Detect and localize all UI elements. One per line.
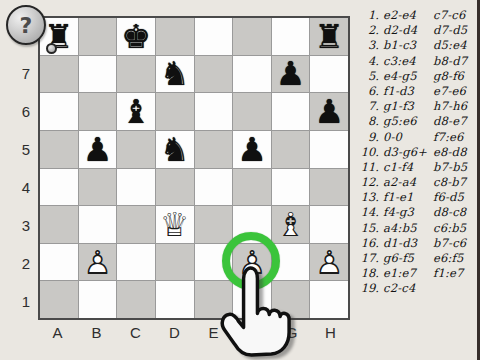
move-number: 9. <box>360 130 379 145</box>
move-black: e6:f5 <box>433 251 476 266</box>
square-g8[interactable] <box>272 18 310 55</box>
square-g5[interactable] <box>272 131 310 168</box>
square-c8[interactable]: ♚ <box>117 18 155 55</box>
piece-black-pawn-f5[interactable]: ♟ <box>234 131 270 167</box>
move-row-18: 18.e1:e7f1:e7 <box>360 266 476 281</box>
move-white: g6-f5 <box>383 251 433 266</box>
move-black: f1:e7 <box>433 266 476 281</box>
move-number: 12. <box>360 175 379 190</box>
move-black: d5:e4 <box>433 38 476 53</box>
rank-label-7: 7 <box>18 65 34 82</box>
move-row-9: 9.0-0f7:e6 <box>360 130 476 145</box>
move-white: e1:e7 <box>383 266 433 281</box>
piece-outline: ♕ <box>157 206 193 242</box>
square-e4[interactable] <box>195 169 233 206</box>
move-white: 0-0 <box>383 130 433 145</box>
move-number: 10. <box>360 145 379 160</box>
square-f7[interactable] <box>233 56 271 93</box>
square-c6[interactable]: ♝ <box>117 93 155 130</box>
square-f5[interactable]: ♟ <box>233 131 271 168</box>
square-b7[interactable] <box>79 56 117 93</box>
move-number: 5. <box>360 69 379 84</box>
move-white: d2-d4 <box>383 23 433 38</box>
square-a6[interactable] <box>40 93 78 130</box>
piece-outline: ♗ <box>273 206 309 242</box>
move-number: 7. <box>360 99 379 114</box>
square-c4[interactable] <box>117 169 155 206</box>
move-number: 1. <box>360 8 379 23</box>
move-number: 2. <box>360 23 379 38</box>
square-c3[interactable] <box>117 206 155 243</box>
move-black <box>433 281 476 296</box>
square-g6[interactable] <box>272 93 310 130</box>
square-g3[interactable]: ♝♗ <box>272 206 310 243</box>
move-number: 18. <box>360 266 379 281</box>
square-f4[interactable] <box>233 169 271 206</box>
square-d8[interactable] <box>156 18 194 55</box>
rank-label-1: 1 <box>18 293 34 310</box>
move-white: a2-a4 <box>383 175 433 190</box>
piece-white-bishop-g3[interactable]: ♝♗ <box>273 206 309 242</box>
move-white: d1-d3 <box>383 236 433 251</box>
move-black: e7-e6 <box>433 84 476 99</box>
rank-label-5: 5 <box>18 141 34 158</box>
move-black: d8-e7 <box>433 114 476 129</box>
move-black: f6-d5 <box>433 190 476 205</box>
move-row-11: 11.c1-f4b7-b5 <box>360 160 476 175</box>
square-a2[interactable] <box>40 244 78 281</box>
piece-black-bishop-c6[interactable]: ♝ <box>118 94 154 130</box>
file-label-c: C <box>116 324 155 341</box>
square-b6[interactable] <box>79 93 117 130</box>
move-white: c3:e4 <box>383 54 433 69</box>
square-g7[interactable]: ♟ <box>272 56 310 93</box>
move-number: 6. <box>360 84 379 99</box>
rank-label-2: 2 <box>18 255 34 272</box>
piece-white-queen-d3[interactable]: ♛♕ <box>157 206 193 242</box>
move-number: 4. <box>360 54 379 69</box>
move-row-8: 8.g5:e6d8-e7 <box>360 114 476 129</box>
piece-outline: ♙ <box>311 244 347 280</box>
file-label-b: B <box>77 324 116 341</box>
rank-label-4: 4 <box>18 179 34 196</box>
square-a7[interactable] <box>40 56 78 93</box>
hint-button-label: ? <box>20 13 33 38</box>
move-row-6: 6.f1-d3e7-e6 <box>360 84 476 99</box>
move-black: c7-c6 <box>433 8 476 23</box>
square-a1[interactable] <box>40 281 78 318</box>
question-mark-icon: ? <box>6 5 46 45</box>
move-white: f1-d3 <box>383 84 433 99</box>
move-black: h7-h6 <box>433 99 476 114</box>
move-white: b1-c3 <box>383 38 433 53</box>
move-white: g5:e6 <box>383 114 433 129</box>
square-h4[interactable] <box>310 169 348 206</box>
move-white: e4-g5 <box>383 69 433 84</box>
tap-hand-cursor-icon <box>202 265 299 360</box>
square-e7[interactable] <box>195 56 233 93</box>
move-black: c8-b7 <box>433 175 476 190</box>
square-d1[interactable] <box>156 281 194 318</box>
file-label-a: A <box>38 324 77 341</box>
move-black: f7:e6 <box>433 130 476 145</box>
move-row-4: 4.c3:e4b8-d7 <box>360 54 476 69</box>
move-black: g8-f6 <box>433 69 476 84</box>
square-e3[interactable] <box>195 206 233 243</box>
move-row-7: 7.g1-f3h7-h6 <box>360 99 476 114</box>
move-row-14: 14.f4-g3d8-c8 <box>360 205 476 220</box>
square-b3[interactable] <box>79 206 117 243</box>
move-number: 3. <box>360 38 379 53</box>
square-h8[interactable]: ♜ <box>310 18 348 55</box>
file-label-h: H <box>311 324 350 341</box>
piece-black-pawn-b5[interactable]: ♟ <box>79 131 115 167</box>
move-black: c6:b5 <box>433 221 476 236</box>
square-h3[interactable] <box>310 206 348 243</box>
move-number: 13. <box>360 190 379 205</box>
move-number: 19. <box>360 281 379 296</box>
move-number: 15. <box>360 221 379 236</box>
move-white: d3-g6+ <box>383 145 433 160</box>
move-row-10: 10.d3-g6+e8-d8 <box>360 145 476 160</box>
move-row-17: 17.g6-f5e6:f5 <box>360 251 476 266</box>
rank-label-3: 3 <box>18 217 34 234</box>
square-c2[interactable] <box>117 244 155 281</box>
move-row-5: 5.e4-g5g8-f6 <box>360 69 476 84</box>
move-black: b7-b5 <box>433 160 476 175</box>
square-g4[interactable] <box>272 169 310 206</box>
square-b5[interactable]: ♟ <box>79 131 117 168</box>
move-white: f4-g3 <box>383 205 433 220</box>
move-white: a4:b5 <box>383 221 433 236</box>
move-black: e8-d8 <box>433 145 476 160</box>
square-h5[interactable] <box>310 131 348 168</box>
chess-app-screen: ♜♚♜♞♟♝♟♟♞♟♛♕♝♗♟♙♟♙♟♙ 87654321 ABCDEFGH ?… <box>0 0 480 360</box>
square-e5[interactable] <box>195 131 233 168</box>
square-h6[interactable]: ♟ <box>310 93 348 130</box>
square-d5[interactable]: ♞ <box>156 131 194 168</box>
move-row-12: 12.a2-a4c8-b7 <box>360 175 476 190</box>
move-row-3: 3.b1-c3d5:e4 <box>360 38 476 53</box>
hint-button-knob <box>46 43 57 54</box>
square-c1[interactable] <box>117 281 155 318</box>
square-d6[interactable] <box>156 93 194 130</box>
move-number: 17. <box>360 251 379 266</box>
square-h7[interactable] <box>310 56 348 93</box>
square-d4[interactable] <box>156 169 194 206</box>
move-white: g1-f3 <box>383 99 433 114</box>
square-h1[interactable] <box>310 281 348 318</box>
square-f6[interactable] <box>233 93 271 130</box>
square-e6[interactable] <box>195 93 233 130</box>
move-white: f1-e1 <box>383 190 433 205</box>
move-row-16: 16.d1-d3b7-c6 <box>360 236 476 251</box>
move-row-2: 2.d2-d4d7-d5 <box>360 23 476 38</box>
piece-black-pawn-h6[interactable]: ♟ <box>311 94 347 130</box>
square-d7[interactable]: ♞ <box>156 56 194 93</box>
square-b4[interactable] <box>79 169 117 206</box>
move-row-15: 15.a4:b5c6:b5 <box>360 221 476 236</box>
square-h2[interactable]: ♟♙ <box>310 244 348 281</box>
move-white: e2-e4 <box>383 8 433 23</box>
move-row-13: 13.f1-e1f6-d5 <box>360 190 476 205</box>
square-c7[interactable] <box>117 56 155 93</box>
square-b8[interactable] <box>79 18 117 55</box>
move-white: c1-f4 <box>383 160 433 175</box>
piece-white-pawn-h2[interactable]: ♟♙ <box>311 244 347 280</box>
piece-black-knight-d5[interactable]: ♞ <box>157 131 193 167</box>
move-white: c2-c4 <box>383 281 433 296</box>
square-a4[interactable] <box>40 169 78 206</box>
move-list: 1.e2-e4c7-c62.d2-d4d7-d53.b1-c3d5:e44.c3… <box>360 8 476 352</box>
move-row-1: 1.e2-e4c7-c6 <box>360 8 476 23</box>
piece-outline: ♙ <box>79 244 115 280</box>
board-grid: ♜♚♜♞♟♝♟♟♞♟♛♕♝♗♟♙♟♙♟♙ <box>38 16 350 320</box>
piece-black-pawn-g7[interactable]: ♟ <box>273 56 309 92</box>
piece-black-knight-d7[interactable]: ♞ <box>157 56 193 92</box>
piece-white-pawn-b2[interactable]: ♟♙ <box>79 244 115 280</box>
chess-board: ♜♚♜♞♟♝♟♟♞♟♛♕♝♗♟♙♟♙♟♙ 87654321 ABCDEFGH <box>38 16 350 320</box>
square-e8[interactable] <box>195 18 233 55</box>
move-black: d7-d5 <box>433 23 476 38</box>
move-black: b7-c6 <box>433 236 476 251</box>
file-label-d: D <box>155 324 194 341</box>
move-number: 16. <box>360 236 379 251</box>
hint-button[interactable]: ? <box>6 5 58 57</box>
move-black: d8-c8 <box>433 205 476 220</box>
square-f8[interactable] <box>233 18 271 55</box>
square-d2[interactable] <box>156 244 194 281</box>
piece-black-rook-h8[interactable]: ♜ <box>311 18 347 54</box>
square-b1[interactable] <box>79 281 117 318</box>
piece-black-king-c8[interactable]: ♚ <box>118 18 154 54</box>
square-a3[interactable] <box>40 206 78 243</box>
square-b2[interactable]: ♟♙ <box>79 244 117 281</box>
move-number: 8. <box>360 114 379 129</box>
move-row-19: 19.c2-c4 <box>360 281 476 296</box>
move-black: b8-d7 <box>433 54 476 69</box>
square-d3[interactable]: ♛♕ <box>156 206 194 243</box>
move-number: 11. <box>360 160 379 175</box>
square-c5[interactable] <box>117 131 155 168</box>
square-a5[interactable] <box>40 131 78 168</box>
move-number: 14. <box>360 205 379 220</box>
rank-label-6: 6 <box>18 103 34 120</box>
